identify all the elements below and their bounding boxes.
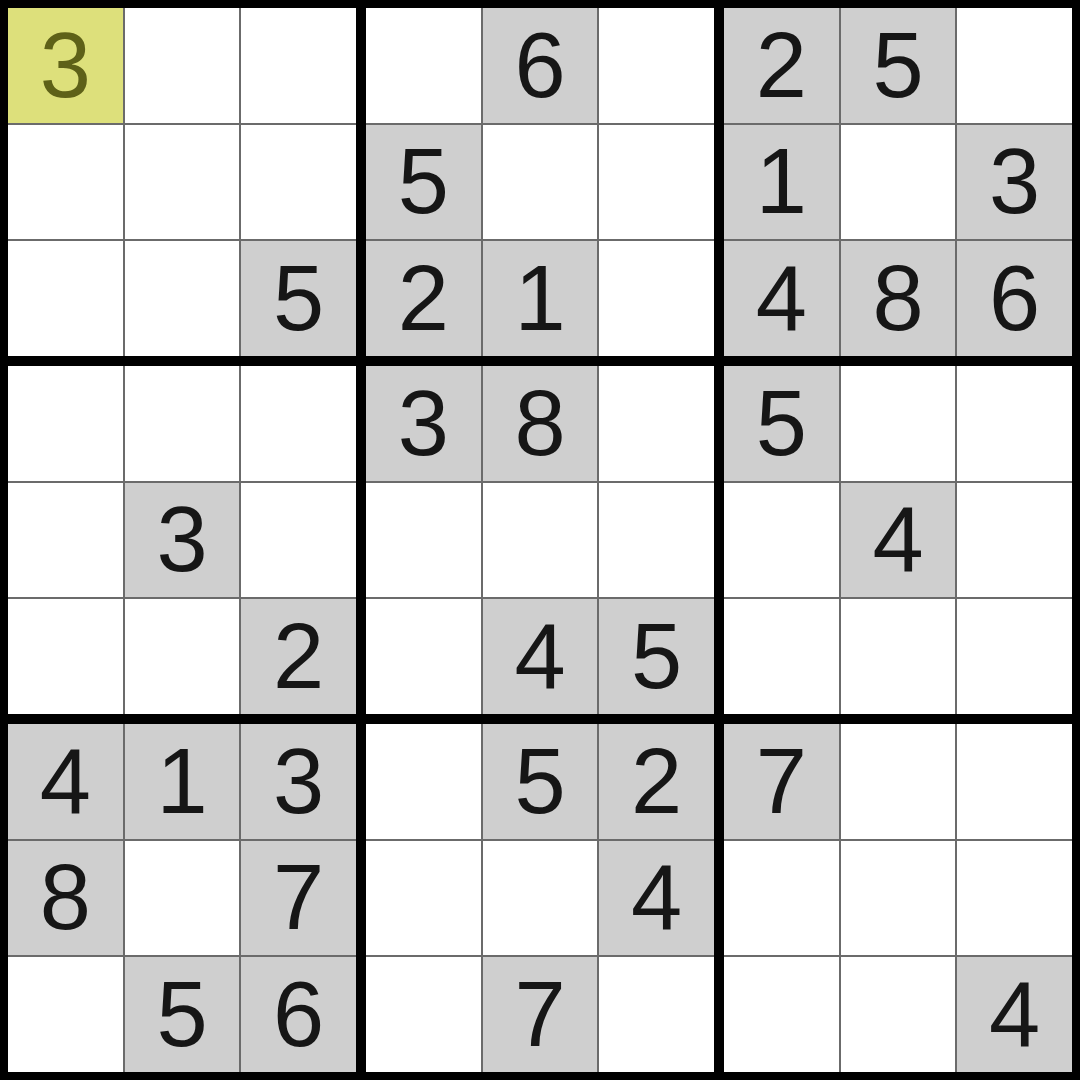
- cell-r6c9[interactable]: [957, 599, 1072, 714]
- cell-r2c7[interactable]: 1: [724, 125, 839, 240]
- cell-r7c2[interactable]: 1: [125, 724, 240, 839]
- cell-r6c4[interactable]: [366, 599, 481, 714]
- box-2-2: 3845: [366, 366, 714, 714]
- cell-r1c3[interactable]: [241, 8, 356, 123]
- cell-r9c3[interactable]: 6: [241, 957, 356, 1072]
- cell-r4c4[interactable]: 3: [366, 366, 481, 481]
- cell-r6c6[interactable]: 5: [599, 599, 714, 714]
- cell-r2c1[interactable]: [8, 125, 123, 240]
- cell-r6c8[interactable]: [841, 599, 956, 714]
- cell-r9c1[interactable]: [8, 957, 123, 1072]
- cell-r7c1[interactable]: 4: [8, 724, 123, 839]
- cell-r4c5[interactable]: 8: [483, 366, 598, 481]
- box-1-3: 2513486: [724, 8, 1072, 356]
- cell-r7c9[interactable]: [957, 724, 1072, 839]
- cell-r9c5[interactable]: 7: [483, 957, 598, 1072]
- cell-r6c2[interactable]: [125, 599, 240, 714]
- cell-r6c7[interactable]: [724, 599, 839, 714]
- cell-r6c3[interactable]: 2: [241, 599, 356, 714]
- cell-r7c6[interactable]: 2: [599, 724, 714, 839]
- cell-r8c4[interactable]: [366, 841, 481, 956]
- cell-r5c1[interactable]: [8, 483, 123, 598]
- cell-r8c9[interactable]: [957, 841, 1072, 956]
- cell-r4c1[interactable]: [8, 366, 123, 481]
- cell-r4c8[interactable]: [841, 366, 956, 481]
- cell-r1c8[interactable]: 5: [841, 8, 956, 123]
- cell-r5c8[interactable]: 4: [841, 483, 956, 598]
- cell-r7c4[interactable]: [366, 724, 481, 839]
- cell-r6c5[interactable]: 4: [483, 599, 598, 714]
- cell-r2c9[interactable]: 3: [957, 125, 1072, 240]
- cell-r2c5[interactable]: [483, 125, 598, 240]
- box-3-3: 74: [724, 724, 1072, 1072]
- cell-r9c4[interactable]: [366, 957, 481, 1072]
- cell-r8c2[interactable]: [125, 841, 240, 956]
- cell-r3c2[interactable]: [125, 241, 240, 356]
- cell-r2c6[interactable]: [599, 125, 714, 240]
- cell-r9c8[interactable]: [841, 957, 956, 1072]
- cell-r3c8[interactable]: 8: [841, 241, 956, 356]
- cell-r2c8[interactable]: [841, 125, 956, 240]
- cell-r4c9[interactable]: [957, 366, 1072, 481]
- cell-r1c1[interactable]: 3: [8, 8, 123, 123]
- cell-r8c6[interactable]: 4: [599, 841, 714, 956]
- cell-r8c1[interactable]: 8: [8, 841, 123, 956]
- cell-r2c2[interactable]: [125, 125, 240, 240]
- cell-r8c8[interactable]: [841, 841, 956, 956]
- box-2-1: 32: [8, 366, 356, 714]
- cell-r7c5[interactable]: 5: [483, 724, 598, 839]
- cell-r3c3[interactable]: 5: [241, 241, 356, 356]
- cell-r1c4[interactable]: [366, 8, 481, 123]
- cell-r5c2[interactable]: 3: [125, 483, 240, 598]
- box-3-1: 4138756: [8, 724, 356, 1072]
- cell-r8c7[interactable]: [724, 841, 839, 956]
- sudoku-board: 3565212513486323845544138756524774: [0, 0, 1080, 1080]
- cell-r4c2[interactable]: [125, 366, 240, 481]
- cell-r6c1[interactable]: [8, 599, 123, 714]
- box-2-3: 54: [724, 366, 1072, 714]
- cell-r4c3[interactable]: [241, 366, 356, 481]
- cell-r4c7[interactable]: 5: [724, 366, 839, 481]
- cell-r5c5[interactable]: [483, 483, 598, 598]
- cell-r4c6[interactable]: [599, 366, 714, 481]
- cell-r1c9[interactable]: [957, 8, 1072, 123]
- cell-r1c5[interactable]: 6: [483, 8, 598, 123]
- box-1-2: 6521: [366, 8, 714, 356]
- cell-r2c3[interactable]: [241, 125, 356, 240]
- cell-r3c7[interactable]: 4: [724, 241, 839, 356]
- cell-r1c2[interactable]: [125, 8, 240, 123]
- cell-r3c5[interactable]: 1: [483, 241, 598, 356]
- cell-r9c9[interactable]: 4: [957, 957, 1072, 1072]
- cell-r8c3[interactable]: 7: [241, 841, 356, 956]
- cell-r7c3[interactable]: 3: [241, 724, 356, 839]
- cell-r5c7[interactable]: [724, 483, 839, 598]
- cell-r5c3[interactable]: [241, 483, 356, 598]
- cell-r7c7[interactable]: 7: [724, 724, 839, 839]
- cell-r5c4[interactable]: [366, 483, 481, 598]
- cell-r3c6[interactable]: [599, 241, 714, 356]
- cell-r8c5[interactable]: [483, 841, 598, 956]
- cell-r5c6[interactable]: [599, 483, 714, 598]
- box-3-2: 5247: [366, 724, 714, 1072]
- cell-r3c4[interactable]: 2: [366, 241, 481, 356]
- cell-r2c4[interactable]: 5: [366, 125, 481, 240]
- cell-r9c2[interactable]: 5: [125, 957, 240, 1072]
- cell-r1c6[interactable]: [599, 8, 714, 123]
- cell-r7c8[interactable]: [841, 724, 956, 839]
- cell-r3c9[interactable]: 6: [957, 241, 1072, 356]
- cell-r9c7[interactable]: [724, 957, 839, 1072]
- cell-r1c7[interactable]: 2: [724, 8, 839, 123]
- cell-r5c9[interactable]: [957, 483, 1072, 598]
- box-1-1: 35: [8, 8, 356, 356]
- cell-r3c1[interactable]: [8, 241, 123, 356]
- cell-r9c6[interactable]: [599, 957, 714, 1072]
